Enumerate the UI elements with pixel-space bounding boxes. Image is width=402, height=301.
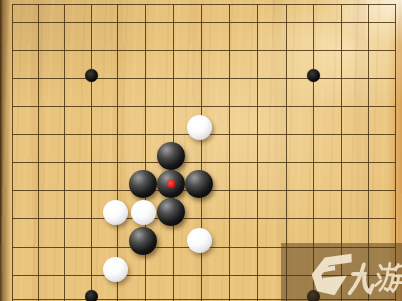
jiuyou-g-icon <box>315 259 348 291</box>
white-stone <box>103 200 128 225</box>
black-stone <box>129 227 157 255</box>
watermark-char-jiu <box>350 264 376 293</box>
black-stone <box>185 170 213 198</box>
white-stone <box>187 228 212 253</box>
last-move-marker <box>167 180 175 188</box>
white-stone <box>187 115 212 140</box>
black-stone <box>129 170 157 198</box>
black-stone <box>157 198 185 226</box>
black-stone <box>157 170 185 198</box>
watermark-char-you <box>375 263 402 291</box>
white-stone <box>131 200 156 225</box>
jiuyou-watermark-logo <box>303 251 402 297</box>
gomoku-game-screenshot <box>0 0 402 301</box>
white-stone <box>103 257 128 282</box>
black-stone <box>157 142 185 170</box>
watermark-overlay <box>281 243 402 301</box>
